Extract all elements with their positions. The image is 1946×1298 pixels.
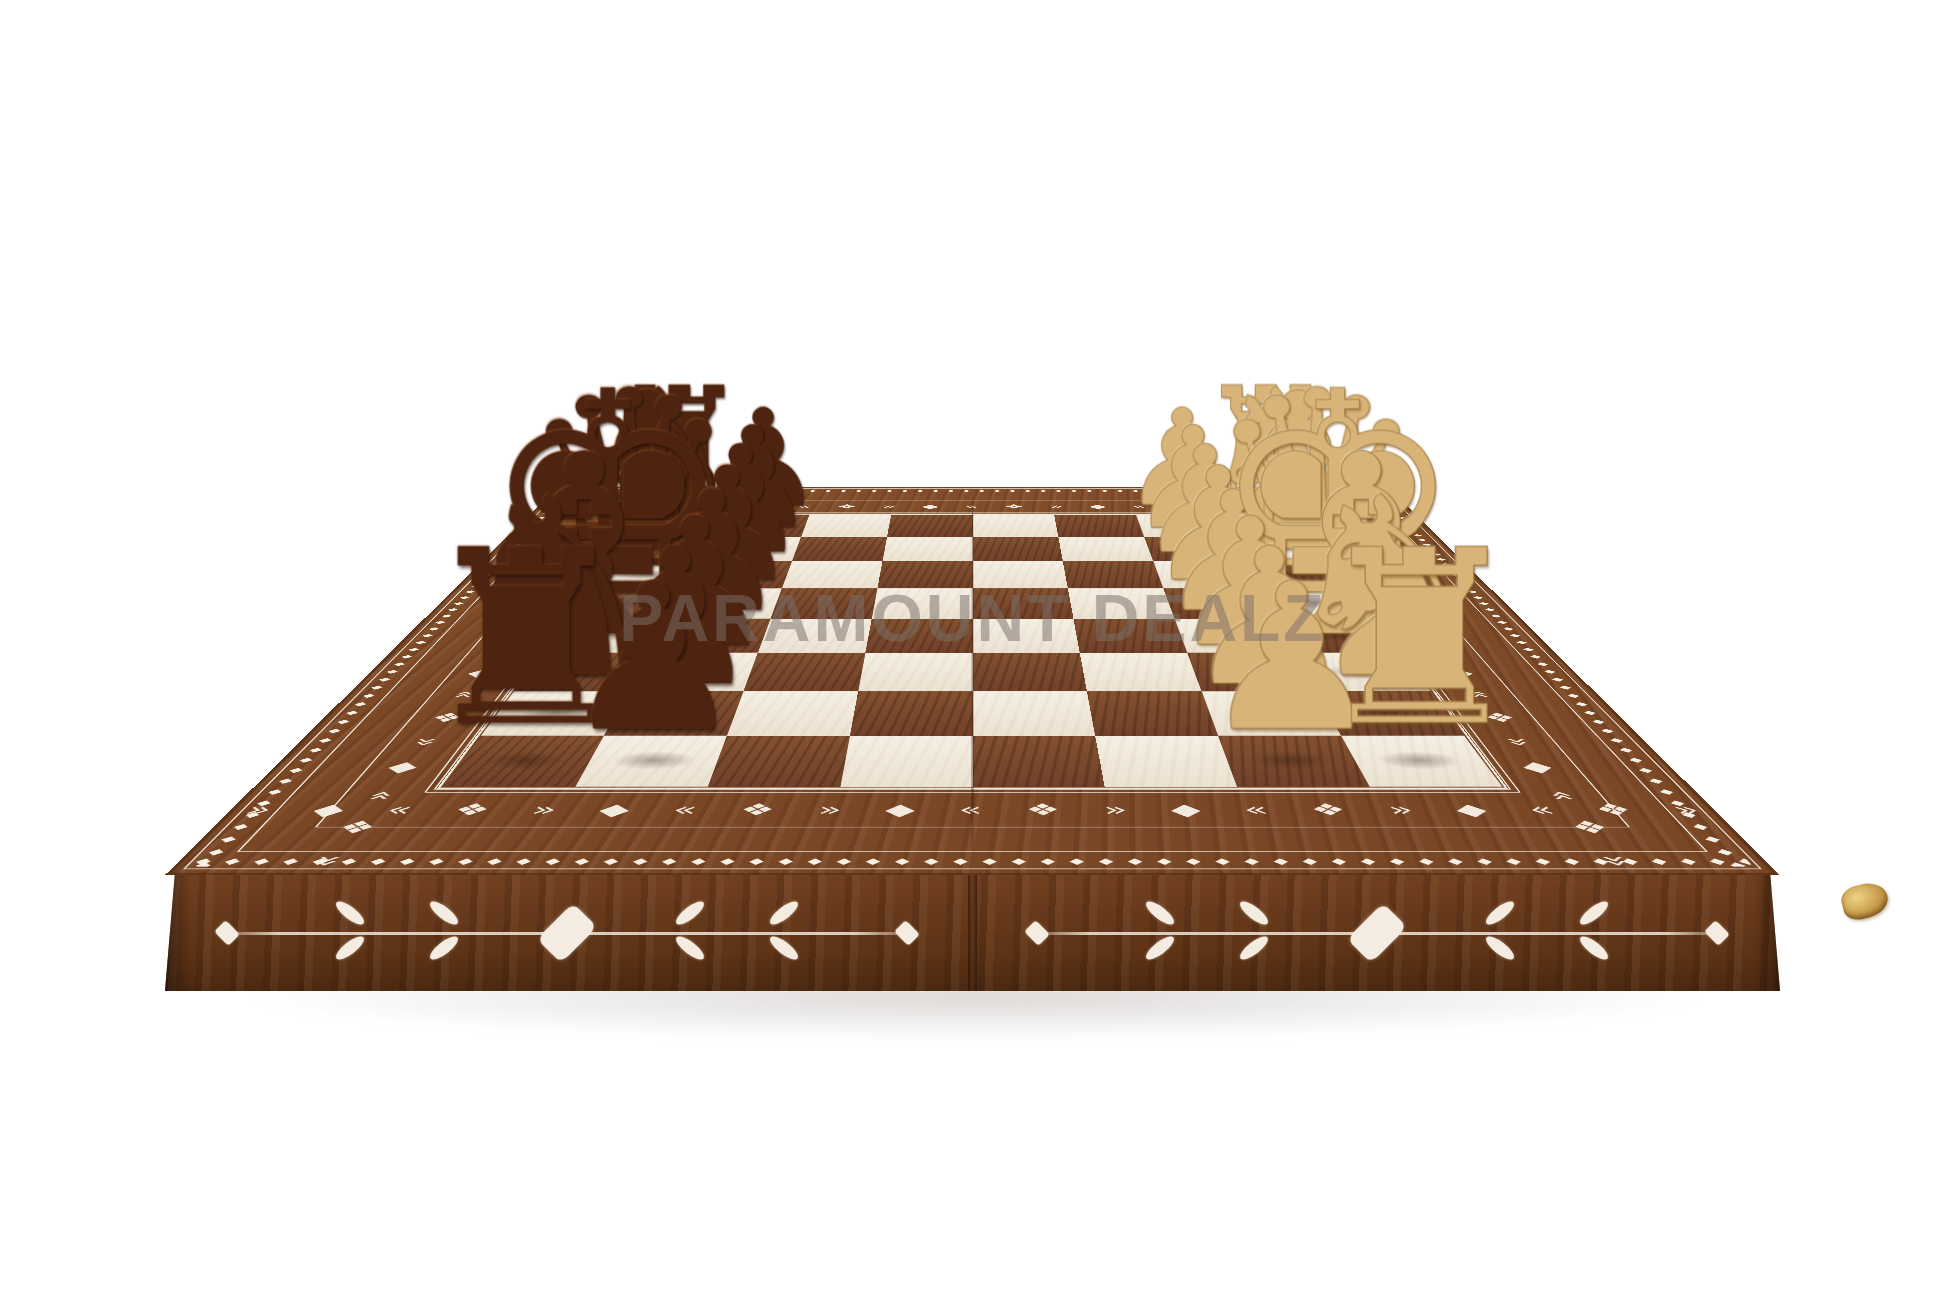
fold-seam-front: [968, 875, 977, 991]
inlay-leaf: [1143, 898, 1177, 928]
square-a8: ♜: [629, 515, 727, 537]
chess-board: ◆◆◆◆◆◆◆◆◆◆◆◆◆◆◆◆◆◆◆◆◆◆◆◆◆◆◆◆◆◆◆◆◆◆◆◆◆◆◆◆…: [165, 487, 1780, 875]
square-g7: ♟: [604, 691, 743, 735]
inlay-leaf: [1577, 933, 1611, 963]
inlay-leaf: [333, 933, 367, 963]
inlay-leaf: [1483, 898, 1517, 928]
square-f8: ♝: [514, 653, 650, 692]
face-panel-left: [193, 875, 941, 991]
product-photo-scene: ◆◆◆◆◆◆◆◆◆◆◆◆◆◆◆◆◆◆◆◆◆◆◆◆◆◆◆◆◆◆◆◆◆◆◆◆◆◆◆◆…: [0, 0, 1946, 1298]
square-h5: [840, 736, 972, 787]
square-b5: [882, 537, 972, 561]
inlay-leaf: [426, 933, 460, 963]
inlay-leaf: [673, 898, 707, 928]
square-a4: [973, 515, 1059, 537]
square-a1: ♜: [1218, 515, 1316, 537]
inlay-end-diamond: [1705, 920, 1730, 945]
inlay-center-diamond: [537, 903, 597, 963]
face-corner-left: [165, 875, 191, 991]
square-h6: [708, 736, 850, 787]
inlay-end-diamond: [1024, 920, 1049, 945]
square-h4: [973, 736, 1105, 787]
square-g2: ♟: [1202, 691, 1341, 735]
inlay-end-diamond: [214, 920, 239, 945]
inlay-leaf: [673, 933, 707, 963]
square-g3: [1087, 691, 1218, 735]
square-b8: ♞: [611, 537, 715, 561]
watermark: PARAMOUNT DEALZ: [619, 580, 1326, 656]
square-f5: [858, 653, 973, 692]
square-f3: [1080, 653, 1202, 692]
inlay-leaf: [333, 898, 367, 928]
inlay-leaf: [1236, 933, 1270, 963]
square-g6: [727, 691, 858, 735]
square-b1: ♞: [1230, 537, 1334, 561]
square-a3: [1054, 515, 1144, 537]
square-g8: ♞: [481, 691, 629, 735]
square-f4: [973, 653, 1088, 692]
inlay-leaf: [767, 898, 801, 928]
square-a5: [887, 515, 973, 537]
face-corner-right: [1754, 875, 1780, 991]
square-h1: ♜: [1341, 736, 1502, 787]
square-g5: [850, 691, 973, 735]
square-f7: ♟: [629, 653, 758, 692]
inlay-end-diamond: [895, 920, 920, 945]
square-h3: [1095, 736, 1237, 787]
inlay-leaf: [426, 898, 460, 928]
square-b2: ♟: [1144, 537, 1243, 561]
square-b6: [792, 537, 887, 561]
square-b3: [1059, 537, 1154, 561]
square-a7: ♟: [715, 515, 809, 537]
inlay-leaf: [1236, 898, 1270, 928]
inlay-leaf: [767, 933, 801, 963]
square-g1: ♞: [1317, 691, 1465, 735]
square-f1: ♝: [1295, 653, 1431, 692]
square-f6: [743, 653, 865, 692]
inlay-leaf: [1483, 933, 1517, 963]
inlay-center-diamond: [1347, 903, 1407, 963]
square-b7: ♟: [702, 537, 801, 561]
square-g4: [973, 691, 1096, 735]
board-front-face: [165, 875, 1780, 991]
inlay-leaf: [1577, 898, 1611, 928]
square-a2: ♟: [1136, 515, 1230, 537]
square-b4: [973, 537, 1063, 561]
brass-clasp-icon: [1839, 879, 1892, 923]
square-a6: [801, 515, 891, 537]
inlay-leaf: [1143, 933, 1177, 963]
square-h8: ♜: [443, 736, 604, 787]
face-panel-right: [1003, 875, 1751, 991]
